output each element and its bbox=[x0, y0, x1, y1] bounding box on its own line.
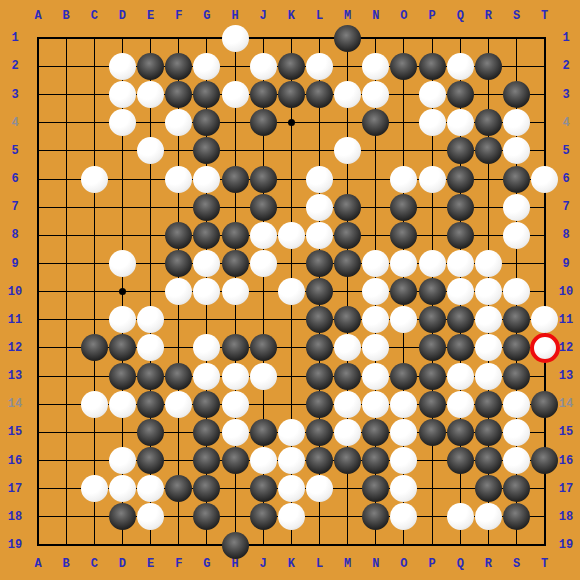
coordinate-label-bottom: Q bbox=[446, 558, 474, 570]
coordinate-label-top: N bbox=[362, 10, 390, 22]
coordinate-label-bottom: O bbox=[390, 558, 418, 570]
coordinate-label-top: Q bbox=[446, 10, 474, 22]
coordinate-label-top: J bbox=[249, 10, 277, 22]
coordinate-label-bottom: H bbox=[221, 558, 249, 570]
coordinate-label-top: R bbox=[474, 10, 502, 22]
coordinate-label-bottom: F bbox=[165, 558, 193, 570]
coordinate-label-bottom: D bbox=[108, 558, 136, 570]
go-board[interactable] bbox=[24, 24, 559, 559]
coordinate-label-bottom: J bbox=[249, 558, 277, 570]
coordinate-label-top: B bbox=[52, 10, 80, 22]
coordinate-label-top: A bbox=[24, 10, 52, 22]
coordinate-label-bottom: C bbox=[80, 558, 108, 570]
coordinate-label-top: P bbox=[418, 10, 446, 22]
coordinate-label-top: C bbox=[80, 10, 108, 22]
coordinate-label-top: K bbox=[277, 10, 305, 22]
go-board-app: ABCDEFGHJKLMNOPQRST ABCDEFGHJKLMNOPQRST … bbox=[0, 0, 580, 580]
coordinate-label-bottom: N bbox=[362, 558, 390, 570]
coordinate-label-top: E bbox=[137, 10, 165, 22]
coordinate-label-top: L bbox=[306, 10, 334, 22]
coordinate-label-bottom: A bbox=[24, 558, 52, 570]
coordinate-label-top: G bbox=[193, 10, 221, 22]
coordinate-label-bottom: M bbox=[334, 558, 362, 570]
coordinate-label-bottom: T bbox=[531, 558, 559, 570]
coordinate-label-top: D bbox=[108, 10, 136, 22]
coordinate-label-bottom: B bbox=[52, 558, 80, 570]
coordinate-label-bottom: G bbox=[193, 558, 221, 570]
coordinate-label-top: T bbox=[531, 10, 559, 22]
coordinate-label-bottom: L bbox=[306, 558, 334, 570]
coordinate-label-top: S bbox=[503, 10, 531, 22]
coordinate-label-bottom: S bbox=[503, 558, 531, 570]
coordinate-label-top: H bbox=[221, 10, 249, 22]
coordinate-label-bottom: K bbox=[277, 558, 305, 570]
coordinate-label-top: F bbox=[165, 10, 193, 22]
coordinate-label-bottom: E bbox=[137, 558, 165, 570]
coordinate-label-top: O bbox=[390, 10, 418, 22]
coordinate-label-top: M bbox=[334, 10, 362, 22]
coordinate-label-bottom: R bbox=[474, 558, 502, 570]
coordinate-label-bottom: P bbox=[418, 558, 446, 570]
